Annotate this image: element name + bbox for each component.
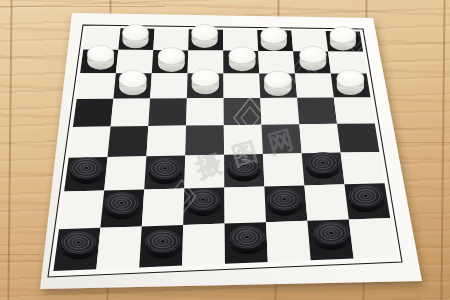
board-square-light[interactable] (116, 50, 153, 74)
checkers-board-photo: 摄图网 (0, 0, 450, 300)
board-square-light[interactable] (295, 74, 334, 98)
board-square-dark[interactable] (148, 98, 187, 126)
checker-piece-white[interactable] (261, 27, 289, 51)
board-square-light[interactable] (186, 98, 224, 126)
checker-piece-white[interactable] (300, 46, 328, 70)
checker-piece-white[interactable] (192, 24, 220, 48)
board-square-light[interactable] (266, 221, 311, 262)
board-square-light[interactable] (258, 51, 295, 74)
board-square-light[interactable] (146, 126, 186, 157)
checker-piece-white[interactable] (264, 71, 293, 96)
board-square-light[interactable] (260, 98, 299, 125)
checker-piece-white[interactable] (330, 27, 358, 51)
board-square-light[interactable] (184, 155, 224, 189)
board-square-light[interactable] (111, 99, 151, 127)
board-square-light[interactable] (299, 124, 340, 154)
board-square-light[interactable] (224, 125, 263, 155)
board-square-light[interactable] (59, 191, 104, 230)
board-square-light[interactable] (349, 218, 397, 259)
board-square-light[interactable] (150, 73, 188, 98)
checker-piece-white[interactable] (123, 24, 151, 48)
checker-piece-white[interactable] (158, 48, 186, 72)
board-square-light[interactable] (224, 186, 266, 223)
board-square-light[interactable] (69, 127, 111, 158)
board-square-light[interactable] (104, 156, 146, 190)
board-square-light[interactable] (263, 153, 305, 186)
board-square-light[interactable] (96, 226, 142, 269)
checker-piece-white[interactable] (192, 69, 221, 94)
board-square-light[interactable] (304, 184, 348, 221)
board-square-dark[interactable] (337, 123, 379, 152)
board-square-dark[interactable] (108, 126, 149, 157)
board-square-dark[interactable] (185, 125, 224, 155)
checker-piece-white[interactable] (87, 45, 115, 69)
board-square-dark[interactable] (224, 98, 262, 125)
scene: 摄图网 (0, 0, 450, 300)
board-square-dark[interactable] (262, 124, 302, 154)
checker-piece-white[interactable] (119, 70, 148, 95)
board-square-dark[interactable] (73, 99, 114, 127)
checker-piece-white[interactable] (229, 47, 257, 71)
board-square-dark[interactable] (297, 98, 337, 125)
board-square-light[interactable] (182, 224, 225, 266)
board-square-light[interactable] (77, 73, 116, 99)
board-square-light[interactable] (334, 97, 375, 123)
checker-piece-white[interactable] (337, 70, 366, 95)
board-square-light[interactable] (341, 152, 385, 184)
board-square-light[interactable] (153, 29, 189, 51)
board-square-light[interactable] (223, 73, 260, 98)
board-square-light[interactable] (142, 189, 185, 227)
